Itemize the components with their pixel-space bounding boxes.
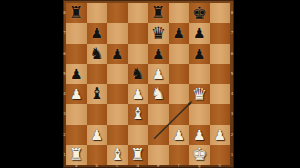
square-e8[interactable]: ♜ — [148, 3, 169, 23]
square-f6[interactable] — [169, 44, 190, 64]
square-g8[interactable]: ♚ — [189, 3, 210, 23]
chess-board-frame: ♜♜♚♟♛♟♟♞♟♟♟♟♞♟♟♝♟♞♛♝♟♟♟♟♜♝♜♚ 88776655443… — [63, 0, 234, 168]
file-label-c: c — [107, 164, 128, 168]
rank-label-left-6: 6 — [63, 52, 67, 56]
square-e6[interactable]: ♟ — [148, 44, 169, 64]
square-b7[interactable]: ♟ — [87, 23, 108, 43]
white-queen-g4[interactable]: ♛ — [192, 86, 207, 103]
white-knight-e4[interactable]: ♞ — [151, 86, 165, 102]
rank-label-left-5: 5 — [63, 72, 67, 76]
white-pawn-f2[interactable]: ♟ — [172, 128, 185, 142]
rank-label-right-5: 5 — [230, 72, 234, 76]
white-rook-a1[interactable]: ♜ — [69, 147, 83, 163]
black-pawn-g6[interactable]: ♟ — [193, 47, 206, 61]
square-c6[interactable]: ♟ — [107, 44, 128, 64]
rank-label-right-8: 8 — [230, 11, 234, 15]
white-pawn-b2[interactable]: ♟ — [90, 128, 103, 142]
square-g2[interactable]: ♟ — [189, 125, 210, 145]
square-b8[interactable] — [87, 3, 108, 23]
black-pawn-b7[interactable]: ♟ — [90, 26, 103, 40]
square-f7[interactable]: ♟ — [169, 23, 190, 43]
square-f5[interactable] — [169, 64, 190, 84]
square-e2[interactable] — [148, 125, 169, 145]
rank-label-right-4: 4 — [230, 92, 234, 96]
square-e3[interactable] — [148, 104, 169, 124]
square-f1[interactable] — [169, 145, 190, 165]
square-c4[interactable] — [107, 84, 128, 104]
square-c1[interactable]: ♝ — [107, 145, 128, 165]
black-queen-e7[interactable]: ♛ — [151, 25, 166, 42]
square-f8[interactable] — [169, 3, 190, 23]
rank-label-right-3: 3 — [230, 112, 234, 116]
black-rook-e8[interactable]: ♜ — [151, 5, 165, 21]
rank-label-right-7: 7 — [230, 31, 234, 35]
square-a1[interactable]: ♜ — [66, 145, 87, 165]
square-g1[interactable]: ♚ — [189, 145, 210, 165]
square-d2[interactable] — [128, 125, 149, 145]
square-h8[interactable] — [210, 3, 231, 23]
square-g4[interactable]: ♛ — [189, 84, 210, 104]
square-b3[interactable] — [87, 104, 108, 124]
square-a2[interactable] — [66, 125, 87, 145]
square-h7[interactable] — [210, 23, 231, 43]
square-d1[interactable]: ♜ — [128, 145, 149, 165]
square-a3[interactable] — [66, 104, 87, 124]
square-b5[interactable] — [87, 64, 108, 84]
white-rook-d1[interactable]: ♜ — [131, 147, 145, 163]
black-king-g8[interactable]: ♚ — [192, 5, 207, 22]
square-a4[interactable]: ♟ — [66, 84, 87, 104]
black-knight-b6[interactable]: ♞ — [90, 46, 104, 62]
square-b4[interactable]: ♝ — [87, 84, 108, 104]
chess-app-screenshot: ♜♜♚♟♛♟♟♞♟♟♟♟♞♟♟♝♟♞♛♝♟♟♟♟♜♝♜♚ 88776655443… — [0, 0, 300, 168]
black-pawn-c6[interactable]: ♟ — [111, 47, 124, 61]
square-c5[interactable] — [107, 64, 128, 84]
white-pawn-a4[interactable]: ♟ — [70, 87, 83, 101]
file-label-a: a — [66, 164, 87, 168]
file-label-g: g — [189, 164, 210, 168]
file-label-d: d — [128, 164, 149, 168]
square-h5[interactable] — [210, 64, 231, 84]
square-f2[interactable]: ♟ — [169, 125, 190, 145]
square-g5[interactable] — [189, 64, 210, 84]
square-h6[interactable] — [210, 44, 231, 64]
file-label-e: e — [148, 164, 169, 168]
rank-label-right-6: 6 — [230, 52, 234, 56]
black-knight-d5[interactable]: ♞ — [131, 66, 145, 82]
square-g3[interactable] — [189, 104, 210, 124]
square-e7[interactable]: ♛ — [148, 23, 169, 43]
white-pawn-g2[interactable]: ♟ — [193, 128, 206, 142]
black-pawn-f7[interactable]: ♟ — [172, 26, 185, 40]
square-b1[interactable] — [87, 145, 108, 165]
white-bishop-c1[interactable]: ♝ — [110, 147, 124, 163]
square-d8[interactable] — [128, 3, 149, 23]
black-pawn-g7[interactable]: ♟ — [193, 26, 206, 40]
rank-label-left-8: 8 — [63, 11, 67, 15]
square-d7[interactable] — [128, 23, 149, 43]
square-b6[interactable]: ♞ — [87, 44, 108, 64]
rank-label-left-4: 4 — [63, 92, 67, 96]
square-f4[interactable] — [169, 84, 190, 104]
square-e4[interactable]: ♞ — [148, 84, 169, 104]
rank-label-left-2: 2 — [63, 133, 67, 137]
left-black-bar — [0, 0, 63, 168]
square-c2[interactable] — [107, 125, 128, 145]
square-g7[interactable]: ♟ — [189, 23, 210, 43]
square-a8[interactable]: ♜ — [66, 3, 87, 23]
black-pawn-e6[interactable]: ♟ — [152, 47, 165, 61]
square-c3[interactable] — [107, 104, 128, 124]
black-pawn-a5[interactable]: ♟ — [70, 67, 83, 81]
rank-label-left-3: 3 — [63, 112, 67, 116]
square-a5[interactable]: ♟ — [66, 64, 87, 84]
square-g6[interactable]: ♟ — [189, 44, 210, 64]
square-a6[interactable] — [66, 44, 87, 64]
square-e1[interactable] — [148, 145, 169, 165]
black-bishop-b4[interactable]: ♝ — [90, 86, 104, 102]
file-label-b: b — [87, 164, 108, 168]
white-pawn-h2[interactable]: ♟ — [213, 128, 226, 142]
chess-board: ♜♜♚♟♛♟♟♞♟♟♟♟♞♟♟♝♟♞♛♝♟♟♟♟♜♝♜♚ — [66, 3, 230, 165]
rank-label-right-1: 1 — [230, 153, 234, 157]
white-bishop-d3[interactable]: ♝ — [131, 106, 145, 122]
rank-label-left-7: 7 — [63, 31, 67, 35]
square-d3[interactable]: ♝ — [128, 104, 149, 124]
square-h3[interactable] — [210, 104, 231, 124]
square-d6[interactable] — [128, 44, 149, 64]
white-pawn-d4[interactable]: ♟ — [131, 87, 144, 101]
square-h4[interactable] — [210, 84, 231, 104]
square-h2[interactable]: ♟ — [210, 125, 231, 145]
square-c8[interactable] — [107, 3, 128, 23]
right-black-bar — [234, 0, 300, 168]
square-d5[interactable]: ♞ — [128, 64, 149, 84]
square-b2[interactable]: ♟ — [87, 125, 108, 145]
square-h1[interactable] — [210, 145, 231, 165]
square-e5[interactable]: ♟ — [148, 64, 169, 84]
square-a7[interactable] — [66, 23, 87, 43]
file-label-f: f — [169, 164, 190, 168]
black-rook-a8[interactable]: ♜ — [69, 5, 83, 21]
square-f3[interactable] — [169, 104, 190, 124]
rank-label-right-2: 2 — [230, 133, 234, 137]
square-d4[interactable]: ♟ — [128, 84, 149, 104]
white-pawn-e5[interactable]: ♟ — [152, 67, 165, 81]
file-label-h: h — [210, 164, 231, 168]
square-c7[interactable] — [107, 23, 128, 43]
rank-label-left-1: 1 — [63, 153, 67, 157]
white-king-g1[interactable]: ♚ — [192, 146, 207, 163]
